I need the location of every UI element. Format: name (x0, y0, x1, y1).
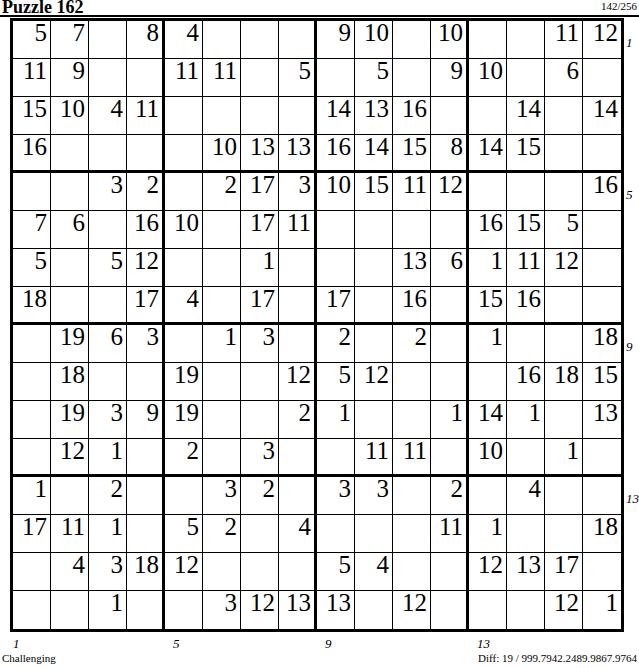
cell-r9c3[interactable]: 6 (89, 325, 127, 363)
cell-r3c1[interactable]: 15 (13, 97, 51, 135)
cell-r14c9[interactable] (317, 515, 355, 553)
cell-r15c2[interactable]: 4 (51, 553, 89, 591)
cell-r13c7[interactable]: 2 (241, 477, 279, 515)
cell-r6c16[interactable] (583, 211, 621, 249)
cell-r3c6[interactable] (203, 97, 241, 135)
cell-r11c4[interactable]: 9 (127, 401, 165, 439)
cell-r3c15[interactable] (545, 97, 583, 135)
cell-r13c2[interactable] (51, 477, 89, 515)
cell-r9c14[interactable] (507, 325, 545, 363)
cell-r2c12[interactable]: 9 (431, 59, 469, 97)
cell-r4c11[interactable]: 15 (393, 135, 431, 173)
row-label-1: 1 (626, 36, 633, 49)
cell-r16c14[interactable] (507, 591, 545, 629)
cell-r16c15[interactable]: 12 (545, 591, 583, 629)
cell-r8c5[interactable]: 4 (165, 287, 203, 325)
cell-r15c7[interactable] (241, 553, 279, 591)
cell-r11c3[interactable]: 3 (89, 401, 127, 439)
cell-r11c8[interactable]: 2 (279, 401, 317, 439)
cell-r5c3[interactable]: 3 (89, 173, 127, 211)
cell-r1c9[interactable]: 9 (317, 21, 355, 59)
cell-r15c5[interactable]: 12 (165, 553, 203, 591)
cell-r10c14[interactable]: 16 (507, 363, 545, 401)
cell-r10c11[interactable] (393, 363, 431, 401)
cell-r1c10[interactable]: 10 (355, 21, 393, 59)
cell-r13c1[interactable]: 1 (13, 477, 51, 515)
cell-r5c16[interactable]: 16 (583, 173, 621, 211)
cell-r16c2[interactable] (51, 591, 89, 629)
cell-r6c11[interactable] (393, 211, 431, 249)
cell-r12c8[interactable] (279, 439, 317, 477)
cell-r2c3[interactable] (89, 59, 127, 97)
cell-r14c1[interactable]: 17 (13, 515, 51, 553)
cell-r8c6[interactable] (203, 287, 241, 325)
cell-r15c10[interactable]: 4 (355, 553, 393, 591)
cell-r10c3[interactable] (89, 363, 127, 401)
cell-r12c13[interactable]: 10 (469, 439, 507, 477)
cell-r6c7[interactable]: 17 (241, 211, 279, 249)
cell-r1c7[interactable] (241, 21, 279, 59)
cell-r8c10[interactable] (355, 287, 393, 325)
cell-r2c10[interactable]: 5 (355, 59, 393, 97)
cell-r4c15[interactable] (545, 135, 583, 173)
cell-r13c9[interactable]: 3 (317, 477, 355, 515)
cell-r9c13[interactable]: 1 (469, 325, 507, 363)
cell-r15c1[interactable] (13, 553, 51, 591)
cell-r14c3[interactable]: 1 (89, 515, 127, 553)
row-label-13: 13 (626, 492, 639, 505)
cell-r4c13[interactable]: 14 (469, 135, 507, 173)
cell-r6c10[interactable] (355, 211, 393, 249)
cell-r12c3[interactable]: 1 (89, 439, 127, 477)
cell-r10c8[interactable]: 12 (279, 363, 317, 401)
cell-r3c3[interactable]: 4 (89, 97, 127, 135)
cell-r11c14[interactable]: 1 (507, 401, 545, 439)
cell-r14c16[interactable]: 18 (583, 515, 621, 553)
cell-r7c1[interactable]: 5 (13, 249, 51, 287)
cell-r2c4[interactable] (127, 59, 165, 97)
cell-r15c11[interactable] (393, 553, 431, 591)
cell-r15c3[interactable]: 3 (89, 553, 127, 591)
cell-r14c5[interactable]: 5 (165, 515, 203, 553)
cell-r1c14[interactable] (507, 21, 545, 59)
cell-r16c9[interactable]: 13 (317, 591, 355, 629)
cell-r13c16[interactable] (583, 477, 621, 515)
cell-r7c4[interactable]: 12 (127, 249, 165, 287)
cell-r2c7[interactable] (241, 59, 279, 97)
cell-r6c13[interactable]: 16 (469, 211, 507, 249)
cell-r13c8[interactable] (279, 477, 317, 515)
cell-r4c12[interactable]: 8 (431, 135, 469, 173)
cell-r7c8[interactable] (279, 249, 317, 287)
col-label-1: 1 (13, 637, 20, 650)
cell-r1c3[interactable] (89, 21, 127, 59)
cell-r10c2[interactable]: 18 (51, 363, 89, 401)
cell-r13c11[interactable] (393, 477, 431, 515)
cell-r13c13[interactable] (469, 477, 507, 515)
cell-r6c6[interactable] (203, 211, 241, 249)
cell-r9c10[interactable] (355, 325, 393, 363)
cell-r8c12[interactable] (431, 287, 469, 325)
cell-r11c2[interactable]: 19 (51, 401, 89, 439)
cell-r9c1[interactable] (13, 325, 51, 363)
cell-r12c10[interactable]: 11 (355, 439, 393, 477)
cell-r12c7[interactable]: 3 (241, 439, 279, 477)
cell-r10c9[interactable]: 5 (317, 363, 355, 401)
cell-r14c14[interactable] (507, 515, 545, 553)
cell-r3c9[interactable]: 14 (317, 97, 355, 135)
cell-r9c5[interactable] (165, 325, 203, 363)
cell-r14c13[interactable]: 1 (469, 515, 507, 553)
cell-r3c16[interactable]: 14 (583, 97, 621, 135)
cell-r16c8[interactable]: 13 (279, 591, 317, 629)
cell-r10c16[interactable]: 15 (583, 363, 621, 401)
cell-r14c4[interactable] (127, 515, 165, 553)
cell-r11c7[interactable] (241, 401, 279, 439)
cell-r11c16[interactable]: 13 (583, 401, 621, 439)
puzzle-counter: 142/256 (601, 1, 637, 12)
cell-r15c13[interactable]: 12 (469, 553, 507, 591)
cell-r10c5[interactable]: 19 (165, 363, 203, 401)
cell-r15c8[interactable] (279, 553, 317, 591)
cell-r8c14[interactable]: 16 (507, 287, 545, 325)
cell-r15c6[interactable] (203, 553, 241, 591)
cell-r6c5[interactable]: 10 (165, 211, 203, 249)
cell-r6c12[interactable] (431, 211, 469, 249)
cell-r13c15[interactable] (545, 477, 583, 515)
cell-r3c13[interactable] (469, 97, 507, 135)
cell-r8c16[interactable] (583, 287, 621, 325)
cell-r16c4[interactable] (127, 591, 165, 629)
cell-r12c11[interactable]: 11 (393, 439, 431, 477)
cell-r3c5[interactable] (165, 97, 203, 135)
cell-r2c11[interactable] (393, 59, 431, 97)
cell-r12c15[interactable]: 1 (545, 439, 583, 477)
cell-r9c11[interactable]: 2 (393, 325, 431, 363)
cell-r15c16[interactable] (583, 553, 621, 591)
cell-r14c12[interactable]: 11 (431, 515, 469, 553)
puzzle-page: Puzzle 162 142/256 578491010111211911115… (0, 0, 639, 668)
cell-r5c14[interactable] (507, 173, 545, 211)
cell-r2c2[interactable]: 9 (51, 59, 89, 97)
cell-r12c9[interactable] (317, 439, 355, 477)
cell-r13c10[interactable]: 3 (355, 477, 393, 515)
cell-r5c12[interactable]: 12 (431, 173, 469, 211)
cell-r16c6[interactable]: 3 (203, 591, 241, 629)
cell-r1c2[interactable]: 7 (51, 21, 89, 59)
cell-r3c4[interactable]: 11 (127, 97, 165, 135)
cell-r16c3[interactable]: 1 (89, 591, 127, 629)
cell-r1c6[interactable] (203, 21, 241, 59)
cell-r7c12[interactable]: 6 (431, 249, 469, 287)
cell-r4c6[interactable]: 10 (203, 135, 241, 173)
cell-r13c5[interactable] (165, 477, 203, 515)
cell-r14c6[interactable]: 2 (203, 515, 241, 553)
cell-r13c6[interactable]: 3 (203, 477, 241, 515)
cell-r12c4[interactable] (127, 439, 165, 477)
cell-r16c12[interactable] (431, 591, 469, 629)
cell-r8c1[interactable]: 18 (13, 287, 51, 325)
cell-r7c10[interactable] (355, 249, 393, 287)
cell-r13c3[interactable]: 2 (89, 477, 127, 515)
cell-r12c12[interactable] (431, 439, 469, 477)
cell-r2c5[interactable]: 11 (165, 59, 203, 97)
cell-r16c10[interactable] (355, 591, 393, 629)
cell-r3c7[interactable] (241, 97, 279, 135)
cell-r9c2[interactable]: 19 (51, 325, 89, 363)
cell-r4c1[interactable]: 16 (13, 135, 51, 173)
cell-r6c8[interactable]: 11 (279, 211, 317, 249)
cell-r4c7[interactable]: 13 (241, 135, 279, 173)
cell-r14c7[interactable] (241, 515, 279, 553)
cell-r8c13[interactable]: 15 (469, 287, 507, 325)
cell-r10c10[interactable]: 12 (355, 363, 393, 401)
cell-r13c12[interactable]: 2 (431, 477, 469, 515)
cell-r3c2[interactable]: 10 (51, 97, 89, 135)
cell-r15c15[interactable]: 17 (545, 553, 583, 591)
cell-r15c4[interactable]: 18 (127, 553, 165, 591)
cell-r11c5[interactable]: 19 (165, 401, 203, 439)
cell-r3c8[interactable] (279, 97, 317, 135)
cell-r7c16[interactable] (583, 249, 621, 287)
cell-r4c10[interactable]: 14 (355, 135, 393, 173)
cell-r1c1[interactable]: 5 (13, 21, 51, 59)
row-label-5: 5 (626, 188, 633, 201)
cell-r5c15[interactable] (545, 173, 583, 211)
cell-r16c1[interactable] (13, 591, 51, 629)
cell-r6c1[interactable]: 7 (13, 211, 51, 249)
cell-r2c14[interactable] (507, 59, 545, 97)
cell-r10c12[interactable] (431, 363, 469, 401)
cell-r7c5[interactable] (165, 249, 203, 287)
cell-r6c14[interactable]: 15 (507, 211, 545, 249)
col-label-13: 13 (477, 637, 490, 650)
cell-r5c9[interactable]: 10 (317, 173, 355, 211)
cell-r5c2[interactable] (51, 173, 89, 211)
cell-r2c15[interactable]: 6 (545, 59, 583, 97)
cell-r3c11[interactable]: 16 (393, 97, 431, 135)
cell-r1c11[interactable] (393, 21, 431, 59)
cell-r5c10[interactable]: 15 (355, 173, 393, 211)
cell-r16c5[interactable] (165, 591, 203, 629)
cell-r8c3[interactable] (89, 287, 127, 325)
cell-r6c15[interactable]: 5 (545, 211, 583, 249)
cell-r11c13[interactable]: 14 (469, 401, 507, 439)
cell-r12c5[interactable]: 2 (165, 439, 203, 477)
cell-r12c2[interactable]: 12 (51, 439, 89, 477)
cell-r15c12[interactable] (431, 553, 469, 591)
cell-r7c11[interactable]: 13 (393, 249, 431, 287)
cell-r10c4[interactable] (127, 363, 165, 401)
cell-r4c8[interactable]: 13 (279, 135, 317, 173)
cell-r9c4[interactable]: 3 (127, 325, 165, 363)
cell-r9c8[interactable] (279, 325, 317, 363)
cell-r5c4[interactable]: 2 (127, 173, 165, 211)
cell-r11c6[interactable] (203, 401, 241, 439)
cell-r7c13[interactable]: 1 (469, 249, 507, 287)
cell-r9c9[interactable]: 2 (317, 325, 355, 363)
cell-r9c7[interactable]: 3 (241, 325, 279, 363)
cell-r11c9[interactable]: 1 (317, 401, 355, 439)
cell-r4c5[interactable] (165, 135, 203, 173)
cell-r3c10[interactable]: 13 (355, 97, 393, 135)
cell-r4c2[interactable] (51, 135, 89, 173)
cell-r10c15[interactable]: 18 (545, 363, 583, 401)
cell-r10c1[interactable] (13, 363, 51, 401)
cell-r14c2[interactable]: 11 (51, 515, 89, 553)
cell-r5c8[interactable]: 3 (279, 173, 317, 211)
cell-r9c15[interactable] (545, 325, 583, 363)
cell-r1c16[interactable]: 12 (583, 21, 621, 59)
cell-r8c8[interactable] (279, 287, 317, 325)
diff-stats: Diff: 19 / 999.7942.2489.9867.9764 (478, 653, 637, 664)
cell-r2c16[interactable] (583, 59, 621, 97)
cell-r8c4[interactable]: 17 (127, 287, 165, 325)
cell-r12c16[interactable] (583, 439, 621, 477)
cell-r8c2[interactable] (51, 287, 89, 325)
cell-r2c8[interactable]: 5 (279, 59, 317, 97)
cell-r8c15[interactable] (545, 287, 583, 325)
cell-r7c7[interactable]: 1 (241, 249, 279, 287)
difficulty-label: Challenging (2, 653, 56, 664)
cell-r11c1[interactable] (13, 401, 51, 439)
cell-r9c12[interactable] (431, 325, 469, 363)
cell-r16c7[interactable]: 12 (241, 591, 279, 629)
cell-r4c4[interactable] (127, 135, 165, 173)
cell-r2c13[interactable]: 10 (469, 59, 507, 97)
cell-r11c10[interactable] (355, 401, 393, 439)
cell-r6c9[interactable] (317, 211, 355, 249)
cell-r16c11[interactable]: 12 (393, 591, 431, 629)
cell-r5c5[interactable] (165, 173, 203, 211)
cell-r5c1[interactable] (13, 173, 51, 211)
cell-r2c6[interactable]: 11 (203, 59, 241, 97)
cell-r5c13[interactable] (469, 173, 507, 211)
cell-r3c12[interactable] (431, 97, 469, 135)
cell-r7c6[interactable] (203, 249, 241, 287)
cell-r14c15[interactable] (545, 515, 583, 553)
cell-r6c4[interactable]: 16 (127, 211, 165, 249)
row-label-9: 9 (626, 340, 633, 353)
cell-r1c12[interactable]: 10 (431, 21, 469, 59)
cell-r7c14[interactable]: 11 (507, 249, 545, 287)
cell-r1c15[interactable]: 11 (545, 21, 583, 59)
cell-r1c8[interactable] (279, 21, 317, 59)
cell-r4c14[interactable]: 15 (507, 135, 545, 173)
cell-r12c6[interactable] (203, 439, 241, 477)
cell-r5c7[interactable]: 17 (241, 173, 279, 211)
cell-r12c14[interactable] (507, 439, 545, 477)
cell-r8c11[interactable]: 16 (393, 287, 431, 325)
puzzle-title: Puzzle 162 (2, 0, 83, 16)
cell-r5c11[interactable]: 11 (393, 173, 431, 211)
cell-r10c6[interactable] (203, 363, 241, 401)
cell-r6c3[interactable] (89, 211, 127, 249)
cell-r9c16[interactable]: 18 (583, 325, 621, 363)
cell-r3c14[interactable]: 14 (507, 97, 545, 135)
title-rule (0, 15, 639, 17)
cell-r15c14[interactable]: 13 (507, 553, 545, 591)
cell-r14c8[interactable]: 4 (279, 515, 317, 553)
cell-r7c3[interactable]: 5 (89, 249, 127, 287)
col-label-5: 5 (173, 637, 180, 650)
cell-r2c9[interactable] (317, 59, 355, 97)
cell-r4c3[interactable] (89, 135, 127, 173)
cell-r1c4[interactable]: 8 (127, 21, 165, 59)
cell-r7c2[interactable] (51, 249, 89, 287)
cell-r1c13[interactable] (469, 21, 507, 59)
cell-r10c13[interactable] (469, 363, 507, 401)
cell-r11c11[interactable] (393, 401, 431, 439)
cell-r11c12[interactable]: 1 (431, 401, 469, 439)
cell-r16c16[interactable]: 1 (583, 591, 621, 629)
cell-r13c4[interactable] (127, 477, 165, 515)
cell-r8c7[interactable]: 17 (241, 287, 279, 325)
cell-r6c2[interactable]: 6 (51, 211, 89, 249)
cell-r4c16[interactable] (583, 135, 621, 173)
cell-r11c15[interactable] (545, 401, 583, 439)
cell-r4c9[interactable]: 16 (317, 135, 355, 173)
cell-r13c14[interactable]: 4 (507, 477, 545, 515)
puzzle-grid: 5784910101112119111155910615104111413161… (10, 18, 624, 632)
cell-r7c15[interactable]: 12 (545, 249, 583, 287)
cell-r8c9[interactable]: 17 (317, 287, 355, 325)
cell-r16c13[interactable] (469, 591, 507, 629)
cell-r2c1[interactable]: 11 (13, 59, 51, 97)
cell-r12c1[interactable] (13, 439, 51, 477)
cell-r9c6[interactable]: 1 (203, 325, 241, 363)
cell-r14c10[interactable] (355, 515, 393, 553)
cell-r1c5[interactable]: 4 (165, 21, 203, 59)
cell-r10c7[interactable] (241, 363, 279, 401)
col-label-9: 9 (325, 637, 332, 650)
cell-r5c6[interactable]: 2 (203, 173, 241, 211)
cell-r15c9[interactable]: 5 (317, 553, 355, 591)
cell-r7c9[interactable] (317, 249, 355, 287)
cell-r14c11[interactable] (393, 515, 431, 553)
